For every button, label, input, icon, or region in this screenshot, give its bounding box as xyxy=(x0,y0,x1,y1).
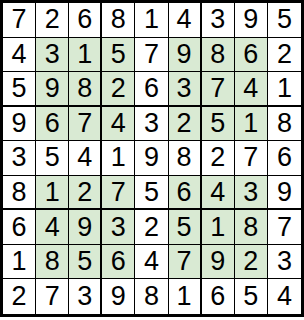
cell-r2c6[interactable]: 9 xyxy=(169,38,202,73)
cell-r3c9[interactable]: 1 xyxy=(268,72,301,107)
cell-r1c7[interactable]: 3 xyxy=(202,3,235,38)
cell-r6c6[interactable]: 6 xyxy=(169,176,202,211)
cell-r2c1[interactable]: 4 xyxy=(3,38,36,73)
sudoku-board: 7268143954315798625982637419674325183541… xyxy=(0,0,304,317)
cell-r5c9[interactable]: 6 xyxy=(268,141,301,176)
cell-r4c7[interactable]: 5 xyxy=(202,107,235,142)
cell-r2c5[interactable]: 7 xyxy=(135,38,168,73)
cell-r4c4[interactable]: 4 xyxy=(102,107,135,142)
cell-r8c1[interactable]: 1 xyxy=(3,245,36,280)
cell-r2c3[interactable]: 1 xyxy=(69,38,102,73)
cell-r5c5[interactable]: 9 xyxy=(135,141,168,176)
cell-r9c6[interactable]: 1 xyxy=(169,279,202,314)
cell-r1c5[interactable]: 1 xyxy=(135,3,168,38)
cell-r6c4[interactable]: 7 xyxy=(102,176,135,211)
cell-r1c3[interactable]: 6 xyxy=(69,3,102,38)
cell-r1c8[interactable]: 9 xyxy=(235,3,268,38)
cell-r8c2[interactable]: 8 xyxy=(36,245,69,280)
cell-r6c5[interactable]: 5 xyxy=(135,176,168,211)
cell-r8c9[interactable]: 3 xyxy=(268,245,301,280)
cell-r2c8[interactable]: 6 xyxy=(235,38,268,73)
cell-r9c5[interactable]: 8 xyxy=(135,279,168,314)
cell-r5c2[interactable]: 5 xyxy=(36,141,69,176)
cell-r4c1[interactable]: 9 xyxy=(3,107,36,142)
cell-r7c7[interactable]: 1 xyxy=(202,210,235,245)
cell-r3c8[interactable]: 4 xyxy=(235,72,268,107)
cell-r3c5[interactable]: 6 xyxy=(135,72,168,107)
cell-r7c2[interactable]: 4 xyxy=(36,210,69,245)
cell-r7c6[interactable]: 5 xyxy=(169,210,202,245)
cell-r9c8[interactable]: 5 xyxy=(235,279,268,314)
cell-r1c1[interactable]: 7 xyxy=(3,3,36,38)
cell-r8c6[interactable]: 7 xyxy=(169,245,202,280)
cell-r6c3[interactable]: 2 xyxy=(69,176,102,211)
cell-r9c1[interactable]: 2 xyxy=(3,279,36,314)
cell-r9c3[interactable]: 3 xyxy=(69,279,102,314)
cell-r7c5[interactable]: 2 xyxy=(135,210,168,245)
cell-r4c2[interactable]: 6 xyxy=(36,107,69,142)
cell-r4c6[interactable]: 2 xyxy=(169,107,202,142)
cell-r2c4[interactable]: 5 xyxy=(102,38,135,73)
cell-r4c5[interactable]: 3 xyxy=(135,107,168,142)
cell-r3c3[interactable]: 8 xyxy=(69,72,102,107)
cell-r5c8[interactable]: 7 xyxy=(235,141,268,176)
cell-r3c4[interactable]: 2 xyxy=(102,72,135,107)
cell-r4c9[interactable]: 8 xyxy=(268,107,301,142)
cell-r9c2[interactable]: 7 xyxy=(36,279,69,314)
cell-r3c7[interactable]: 7 xyxy=(202,72,235,107)
cell-r1c6[interactable]: 4 xyxy=(169,3,202,38)
cell-r1c2[interactable]: 2 xyxy=(36,3,69,38)
cell-r5c3[interactable]: 4 xyxy=(69,141,102,176)
cell-r1c4[interactable]: 8 xyxy=(102,3,135,38)
cell-r9c4[interactable]: 9 xyxy=(102,279,135,314)
cell-r7c1[interactable]: 6 xyxy=(3,210,36,245)
cell-r5c7[interactable]: 2 xyxy=(202,141,235,176)
cell-r6c9[interactable]: 9 xyxy=(268,176,301,211)
cell-r8c5[interactable]: 4 xyxy=(135,245,168,280)
cell-r6c2[interactable]: 1 xyxy=(36,176,69,211)
cell-r9c9[interactable]: 4 xyxy=(268,279,301,314)
cell-r8c3[interactable]: 5 xyxy=(69,245,102,280)
cell-r3c2[interactable]: 9 xyxy=(36,72,69,107)
cell-r5c6[interactable]: 8 xyxy=(169,141,202,176)
cell-r8c4[interactable]: 6 xyxy=(102,245,135,280)
cell-r7c3[interactable]: 9 xyxy=(69,210,102,245)
cell-r3c1[interactable]: 5 xyxy=(3,72,36,107)
cell-r8c8[interactable]: 2 xyxy=(235,245,268,280)
cell-r2c9[interactable]: 2 xyxy=(268,38,301,73)
cell-r8c7[interactable]: 9 xyxy=(202,245,235,280)
cell-r7c4[interactable]: 3 xyxy=(102,210,135,245)
cell-r6c7[interactable]: 4 xyxy=(202,176,235,211)
cell-r4c8[interactable]: 1 xyxy=(235,107,268,142)
cell-r5c4[interactable]: 1 xyxy=(102,141,135,176)
cell-r9c7[interactable]: 6 xyxy=(202,279,235,314)
cell-r7c8[interactable]: 8 xyxy=(235,210,268,245)
cell-r3c6[interactable]: 3 xyxy=(169,72,202,107)
cell-r5c1[interactable]: 3 xyxy=(3,141,36,176)
cell-r6c1[interactable]: 8 xyxy=(3,176,36,211)
cell-r1c9[interactable]: 5 xyxy=(268,3,301,38)
cell-r2c7[interactable]: 8 xyxy=(202,38,235,73)
cell-r2c2[interactable]: 3 xyxy=(36,38,69,73)
cell-r7c9[interactable]: 7 xyxy=(268,210,301,245)
cell-r4c3[interactable]: 7 xyxy=(69,107,102,142)
cell-r6c8[interactable]: 3 xyxy=(235,176,268,211)
